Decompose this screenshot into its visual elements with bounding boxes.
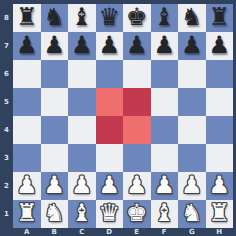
- white-knight-icon[interactable]: ♞: [181, 201, 203, 225]
- square-d5-highlighted[interactable]: [96, 88, 124, 116]
- square-a7[interactable]: ♟: [13, 32, 41, 60]
- square-c6[interactable]: [68, 60, 96, 88]
- chess-board-frame: 87654321 ♜♞♝♛♚♝♞♜♟♟♟♟♟♟♟♟♟♟♟♟♟♟♟♟♜♞♝♛♚♝♞…: [0, 0, 236, 236]
- square-g8[interactable]: ♞: [178, 4, 206, 32]
- black-rook-icon[interactable]: ♜: [208, 5, 230, 29]
- rank-label-5: 5: [0, 88, 13, 116]
- square-d7[interactable]: ♟: [96, 32, 124, 60]
- square-h3[interactable]: [206, 144, 234, 172]
- black-king-icon[interactable]: ♚: [126, 5, 148, 29]
- square-e1[interactable]: ♚: [123, 200, 151, 228]
- black-queen-icon[interactable]: ♛: [98, 5, 120, 29]
- square-b2[interactable]: ♟: [41, 172, 69, 200]
- square-b8[interactable]: ♞: [41, 4, 69, 32]
- file-label-d: D: [96, 228, 124, 236]
- rank-label-7: 7: [0, 32, 13, 60]
- square-d6[interactable]: [96, 60, 124, 88]
- square-f8[interactable]: ♝: [151, 4, 179, 32]
- square-g4[interactable]: [178, 116, 206, 144]
- square-e4-highlighted[interactable]: [123, 116, 151, 144]
- white-pawn-icon[interactable]: ♟: [98, 173, 120, 197]
- white-pawn-icon[interactable]: ♟: [153, 173, 175, 197]
- square-c3[interactable]: [68, 144, 96, 172]
- square-f2[interactable]: ♟: [151, 172, 179, 200]
- white-pawn-icon[interactable]: ♟: [208, 173, 230, 197]
- file-label-c: C: [68, 228, 96, 236]
- square-f7[interactable]: ♟: [151, 32, 179, 60]
- square-h1[interactable]: ♜: [206, 200, 234, 228]
- square-h5[interactable]: [206, 88, 234, 116]
- white-king-icon[interactable]: ♚: [126, 201, 148, 225]
- square-g2[interactable]: ♟: [178, 172, 206, 200]
- square-f5[interactable]: [151, 88, 179, 116]
- square-f4[interactable]: [151, 116, 179, 144]
- square-d2[interactable]: ♟: [96, 172, 124, 200]
- square-h4[interactable]: [206, 116, 234, 144]
- square-f1[interactable]: ♝: [151, 200, 179, 228]
- rank-label-8: 8: [0, 4, 13, 32]
- square-b3[interactable]: [41, 144, 69, 172]
- square-c5[interactable]: [68, 88, 96, 116]
- black-pawn-icon[interactable]: ♟: [208, 33, 230, 57]
- black-bishop-icon[interactable]: ♝: [153, 5, 175, 29]
- white-bishop-icon[interactable]: ♝: [153, 201, 175, 225]
- chess-board: ♜♞♝♛♚♝♞♜♟♟♟♟♟♟♟♟♟♟♟♟♟♟♟♟♜♞♝♛♚♝♞♜: [13, 4, 233, 228]
- square-h7[interactable]: ♟: [206, 32, 234, 60]
- square-a8[interactable]: ♜: [13, 4, 41, 32]
- square-e8[interactable]: ♚: [123, 4, 151, 32]
- black-pawn-icon[interactable]: ♟: [126, 33, 148, 57]
- white-bishop-icon[interactable]: ♝: [71, 201, 93, 225]
- black-rook-icon[interactable]: ♜: [16, 5, 38, 29]
- black-pawn-icon[interactable]: ♟: [98, 33, 120, 57]
- square-g3[interactable]: [178, 144, 206, 172]
- black-bishop-icon[interactable]: ♝: [71, 5, 93, 29]
- square-e3[interactable]: [123, 144, 151, 172]
- square-d4-highlighted[interactable]: [96, 116, 124, 144]
- square-a4[interactable]: [13, 116, 41, 144]
- square-d1[interactable]: ♛: [96, 200, 124, 228]
- white-pawn-icon[interactable]: ♟: [43, 173, 65, 197]
- square-g1[interactable]: ♞: [178, 200, 206, 228]
- square-b7[interactable]: ♟: [41, 32, 69, 60]
- square-h2[interactable]: ♟: [206, 172, 234, 200]
- file-label-a: A: [13, 228, 41, 236]
- square-d3[interactable]: [96, 144, 124, 172]
- black-pawn-icon[interactable]: ♟: [43, 33, 65, 57]
- rank-labels: 87654321: [0, 4, 13, 228]
- rank-label-1: 1: [0, 200, 13, 228]
- square-b6[interactable]: [41, 60, 69, 88]
- square-a5[interactable]: [13, 88, 41, 116]
- rank-label-6: 6: [0, 60, 13, 88]
- square-c7[interactable]: ♟: [68, 32, 96, 60]
- square-g7[interactable]: ♟: [178, 32, 206, 60]
- square-e5-highlighted[interactable]: [123, 88, 151, 116]
- square-a6[interactable]: [13, 60, 41, 88]
- white-pawn-icon[interactable]: ♟: [181, 173, 203, 197]
- white-queen-icon[interactable]: ♛: [98, 201, 120, 225]
- square-g5[interactable]: [178, 88, 206, 116]
- white-rook-icon[interactable]: ♜: [208, 201, 230, 225]
- white-pawn-icon[interactable]: ♟: [16, 173, 38, 197]
- square-h8[interactable]: ♜: [206, 4, 234, 32]
- square-c8[interactable]: ♝: [68, 4, 96, 32]
- square-f6[interactable]: [151, 60, 179, 88]
- square-f3[interactable]: [151, 144, 179, 172]
- square-e7[interactable]: ♟: [123, 32, 151, 60]
- square-b4[interactable]: [41, 116, 69, 144]
- file-label-e: E: [123, 228, 151, 236]
- square-g6[interactable]: [178, 60, 206, 88]
- file-label-g: G: [178, 228, 206, 236]
- white-rook-icon[interactable]: ♜: [16, 201, 38, 225]
- black-knight-icon[interactable]: ♞: [181, 5, 203, 29]
- black-pawn-icon[interactable]: ♟: [153, 33, 175, 57]
- rank-label-2: 2: [0, 172, 13, 200]
- square-d8[interactable]: ♛: [96, 4, 124, 32]
- square-a3[interactable]: [13, 144, 41, 172]
- black-pawn-icon[interactable]: ♟: [181, 33, 203, 57]
- square-c2[interactable]: ♟: [68, 172, 96, 200]
- rank-label-3: 3: [0, 144, 13, 172]
- square-e6[interactable]: [123, 60, 151, 88]
- square-b1[interactable]: ♞: [41, 200, 69, 228]
- square-e2[interactable]: ♟: [123, 172, 151, 200]
- black-pawn-icon[interactable]: ♟: [71, 33, 93, 57]
- square-a2[interactable]: ♟: [13, 172, 41, 200]
- square-c4[interactable]: [68, 116, 96, 144]
- black-knight-icon[interactable]: ♞: [43, 5, 65, 29]
- white-pawn-icon[interactable]: ♟: [71, 173, 93, 197]
- white-knight-icon[interactable]: ♞: [43, 201, 65, 225]
- black-pawn-icon[interactable]: ♟: [16, 33, 38, 57]
- file-label-h: H: [206, 228, 234, 236]
- square-b5[interactable]: [41, 88, 69, 116]
- rank-label-4: 4: [0, 116, 13, 144]
- square-c1[interactable]: ♝: [68, 200, 96, 228]
- file-labels: ABCDEFGH: [13, 228, 233, 236]
- white-pawn-icon[interactable]: ♟: [126, 173, 148, 197]
- file-label-f: F: [151, 228, 179, 236]
- file-label-b: B: [41, 228, 69, 236]
- square-h6[interactable]: [206, 60, 234, 88]
- square-a1[interactable]: ♜: [13, 200, 41, 228]
